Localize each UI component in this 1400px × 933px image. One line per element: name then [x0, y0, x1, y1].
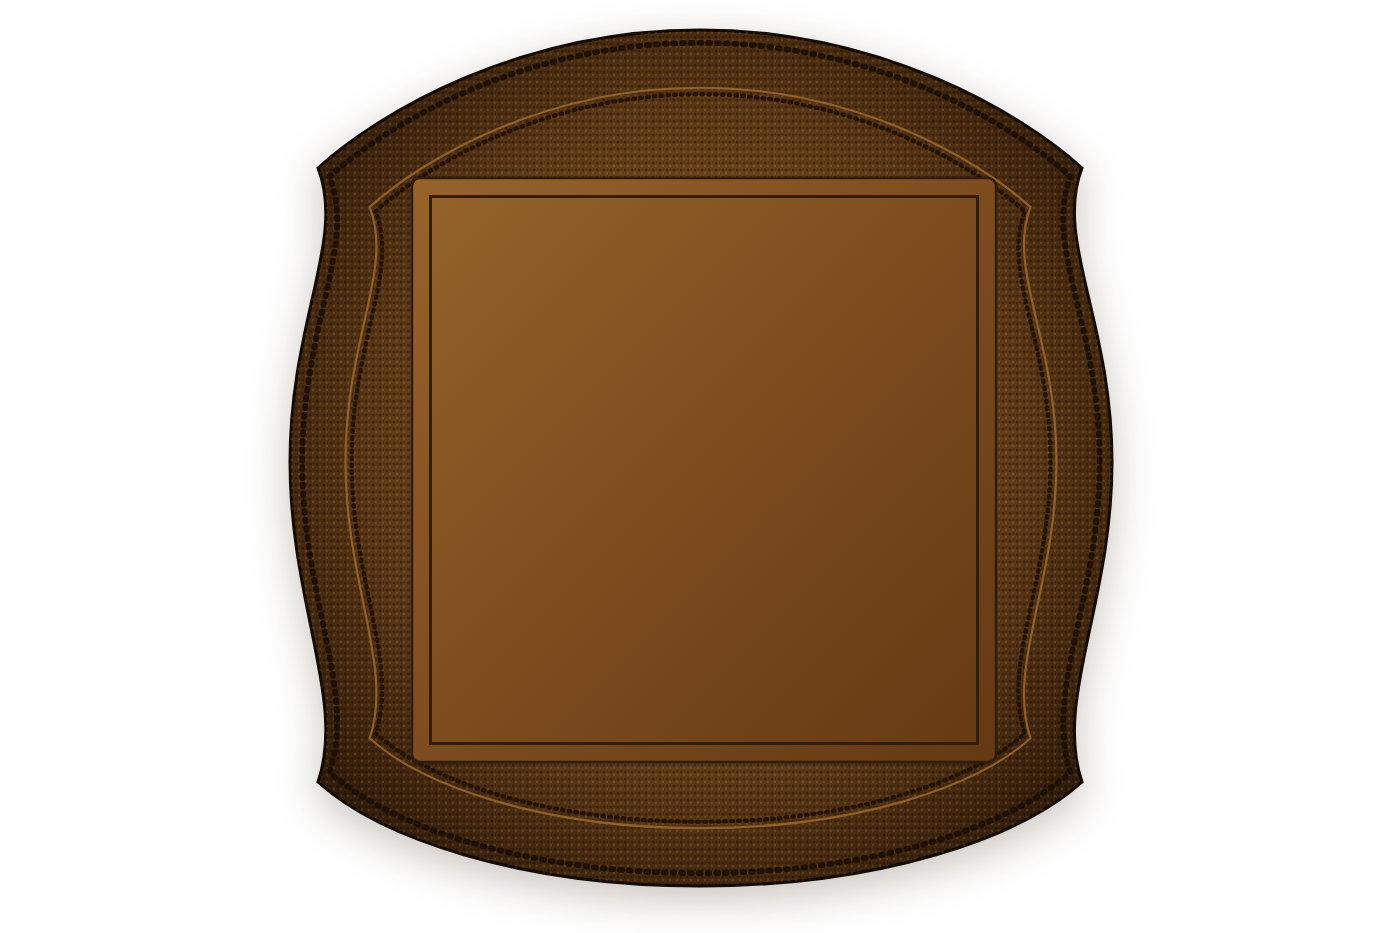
chessboard: [432, 198, 976, 742]
photo-canvas: [0, 0, 1400, 933]
